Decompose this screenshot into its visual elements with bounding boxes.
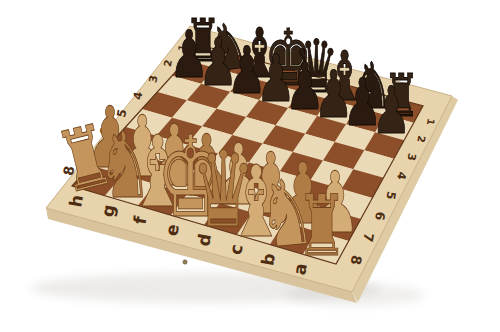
piece-black-pawn-a2: ♟ [371, 72, 411, 148]
clasp-screw-icon [183, 260, 187, 264]
chessboard-photo: 1122334455667788hgfedcba♜♞♝♚♛♝♞♜♟♟♟♟♟♟♟♟… [0, 0, 500, 332]
photo-stage: 1122334455667788hgfedcba♜♞♝♚♛♝♞♜♟♟♟♟♟♟♟♟… [0, 0, 500, 332]
piece-white-rook-a8: ♜ [296, 177, 347, 275]
